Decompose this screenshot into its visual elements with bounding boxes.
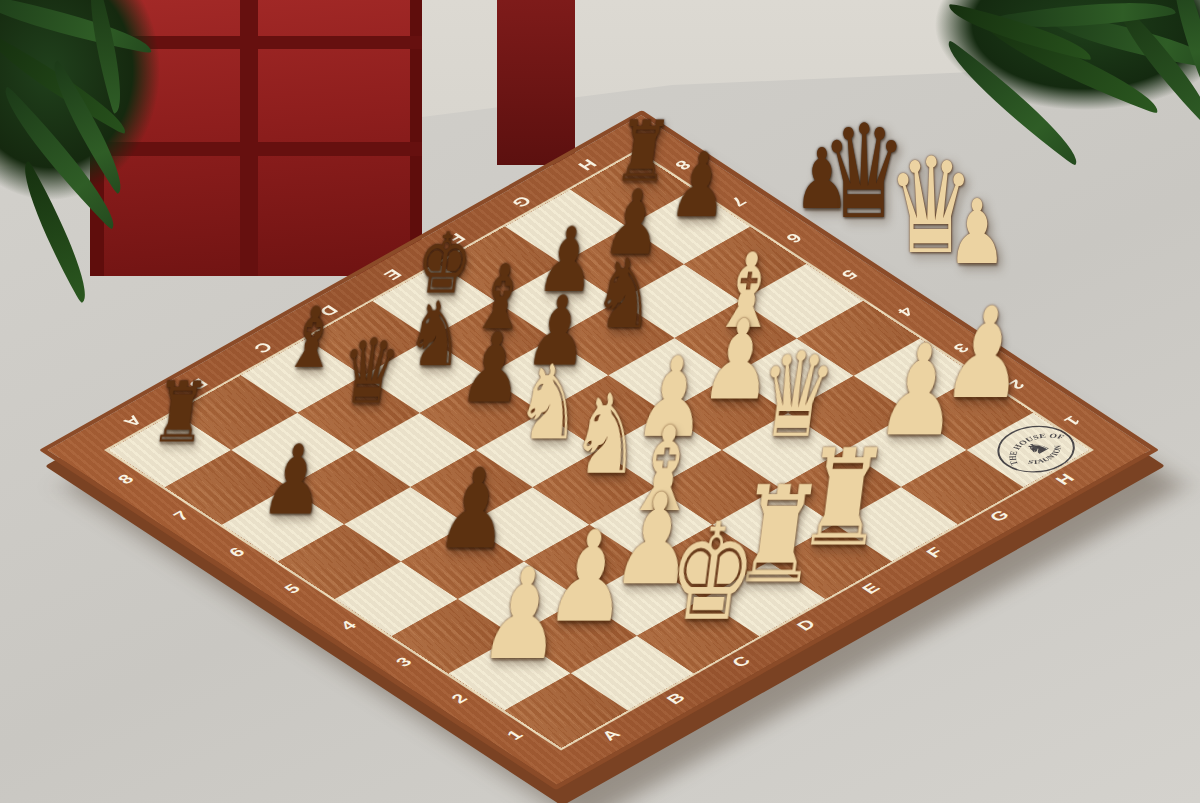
coordinate-label-D: D bbox=[793, 617, 820, 634]
coordinate-label-5: 5 bbox=[280, 581, 305, 596]
coordinate-label-3: 3 bbox=[392, 654, 417, 669]
coordinate-label-G: G bbox=[507, 193, 535, 210]
coordinate-label-4: 4 bbox=[336, 618, 361, 633]
coordinate-label-H: H bbox=[1051, 471, 1078, 488]
coordinate-label-E: E bbox=[858, 580, 884, 596]
coordinate-label-6: 6 bbox=[225, 545, 250, 560]
coordinate-label-H: H bbox=[573, 157, 600, 174]
spare-white-pawn: ♟ bbox=[947, 189, 1006, 278]
coordinate-label-E: E bbox=[380, 266, 406, 282]
coordinate-label-B: B bbox=[662, 690, 689, 707]
coordinate-label-8: 8 bbox=[113, 471, 138, 486]
coordinate-label-7: 7 bbox=[726, 194, 751, 209]
piece-bR-a8: ♜ bbox=[148, 370, 212, 454]
piece-bQ-c7: ♛ bbox=[335, 327, 404, 416]
piece-wP-a2: ♟ bbox=[475, 551, 572, 677]
piece-bN-f6: ♞ bbox=[588, 246, 662, 342]
coordinate-label-G: G bbox=[985, 507, 1013, 524]
coordinate-label-7: 7 bbox=[169, 508, 194, 523]
piece-bP-a6: ♟ bbox=[258, 432, 332, 528]
piece-bB-c8: ♝ bbox=[280, 295, 344, 379]
coordinate-label-1: 1 bbox=[503, 728, 528, 743]
coordinate-label-F: F bbox=[922, 545, 947, 561]
coordinate-label-2: 2 bbox=[447, 691, 472, 706]
coordinate-label-A: A bbox=[597, 727, 624, 744]
piece-bP-h7: ♟ bbox=[666, 141, 735, 230]
coordinate-label-1: 1 bbox=[1060, 413, 1085, 428]
coordinate-label-5: 5 bbox=[838, 267, 863, 282]
coordinate-label-C: C bbox=[728, 653, 755, 670]
piece-bN-d7: ♞ bbox=[401, 290, 470, 379]
piece-wK-c1: ♚ bbox=[661, 506, 764, 640]
houseplant-left bbox=[0, 0, 220, 400]
coordinate-label-A: A bbox=[119, 413, 146, 430]
photo-scene: ABCDEFGH ABCDEFGH 87654321 87654321 ♜♝♚♜… bbox=[0, 0, 1200, 803]
coordinate-label-C: C bbox=[250, 339, 277, 356]
